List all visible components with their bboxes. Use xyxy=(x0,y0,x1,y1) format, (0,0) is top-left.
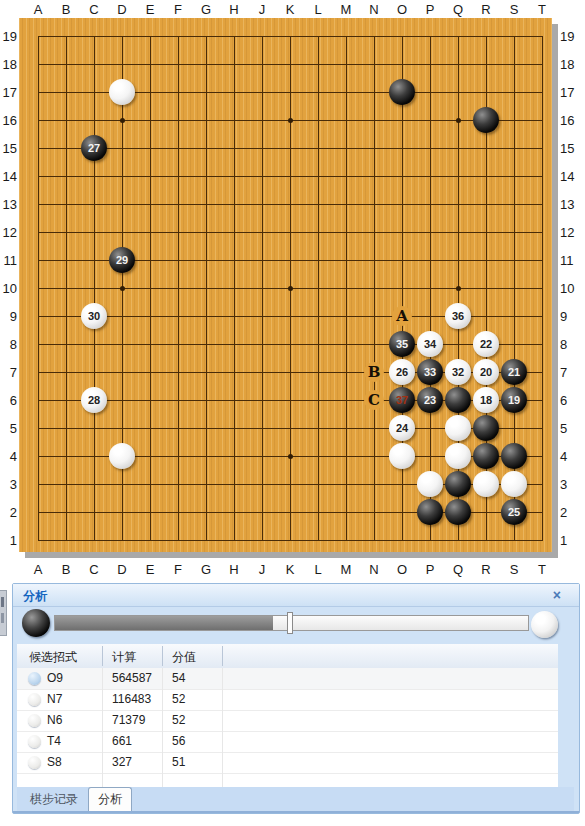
coord-right-2: 2 xyxy=(560,505,582,520)
coord-bottom-K: K xyxy=(279,562,301,577)
go-board[interactable]: 27293036353422263332202128372318192425AB… xyxy=(19,18,552,552)
star-point xyxy=(288,286,293,291)
star-point xyxy=(456,118,461,123)
coord-right-10: 10 xyxy=(560,281,582,296)
column-divider xyxy=(162,668,163,787)
coord-right-13: 13 xyxy=(560,197,582,212)
grid-line-horizontal xyxy=(38,344,543,345)
coord-right-7: 7 xyxy=(560,365,582,380)
white-stone-icon xyxy=(531,611,558,638)
coord-top-H: H xyxy=(223,2,245,17)
column-divider xyxy=(222,668,223,787)
candidate-moves-table: 候选招式 计算 分值 O956458754N711648352N67137952… xyxy=(17,644,558,787)
stone-black-O8[interactable]: 35 xyxy=(389,331,415,357)
coord-left-8: 8 xyxy=(0,337,17,352)
stone-white-O5[interactable]: 24 xyxy=(389,415,415,441)
coord-right-6: 6 xyxy=(560,393,582,408)
coord-bottom-R: R xyxy=(475,562,497,577)
stone-white-S3[interactable] xyxy=(501,471,527,497)
coord-top-S: S xyxy=(503,2,525,17)
stone-white-Q9[interactable]: 36 xyxy=(445,303,471,329)
coord-right-1: 1 xyxy=(560,533,582,548)
stone-black-P7[interactable]: 33 xyxy=(417,359,443,385)
coord-bottom-S: S xyxy=(503,562,525,577)
candidate-stone-icon xyxy=(28,735,41,748)
coord-left-1: 1 xyxy=(0,533,17,548)
coord-left-7: 7 xyxy=(0,365,17,380)
coord-bottom-G: G xyxy=(195,562,217,577)
coord-bottom-L: L xyxy=(307,562,329,577)
stone-white-C9[interactable]: 30 xyxy=(81,303,107,329)
candidate-score: 51 xyxy=(172,755,185,769)
table-row-N6[interactable]: N67137952 xyxy=(17,710,558,732)
coord-top-L: L xyxy=(307,2,329,17)
coord-left-10: 10 xyxy=(0,281,17,296)
coord-left-9: 9 xyxy=(0,309,17,324)
tab-analysis[interactable]: 分析 xyxy=(88,787,132,812)
stone-black-Q2[interactable] xyxy=(445,499,471,525)
candidate-calculation: 564587 xyxy=(112,671,152,685)
table-row-T4[interactable]: T466156 xyxy=(17,731,558,753)
coord-top-C: C xyxy=(83,2,105,17)
coord-left-2: 2 xyxy=(0,505,17,520)
coord-right-18: 18 xyxy=(560,57,582,72)
coord-left-4: 4 xyxy=(0,449,17,464)
coord-right-19: 19 xyxy=(560,29,582,44)
stone-white-Q7[interactable]: 32 xyxy=(445,359,471,385)
analysis-panel: 分析 × 候选招式 计算 分值 O956458754N711648352N671… xyxy=(12,583,580,814)
header-divider xyxy=(162,646,163,666)
coord-left-12: 12 xyxy=(0,225,17,240)
panel-bottom-border xyxy=(13,811,579,813)
winrate-slider-row xyxy=(13,606,579,644)
coord-left-3: 3 xyxy=(0,477,17,492)
coord-top-E: E xyxy=(139,2,161,17)
stone-black-D11[interactable]: 29 xyxy=(109,247,135,273)
star-point xyxy=(288,454,293,459)
coord-right-4: 4 xyxy=(560,449,582,464)
candidate-score: 56 xyxy=(172,734,185,748)
go-analysis-window: 27293036353422263332202128372318192425AB… xyxy=(0,0,585,826)
coord-bottom-D: D xyxy=(111,562,133,577)
coord-left-16: 16 xyxy=(0,113,17,128)
table-row-N7[interactable]: N711648352 xyxy=(17,689,558,711)
window-edge-fragment xyxy=(0,590,7,636)
stone-white-O4[interactable] xyxy=(389,443,415,469)
coord-right-14: 14 xyxy=(560,169,582,184)
panel-title: 分析 xyxy=(23,588,47,605)
stone-black-C15[interactable]: 27 xyxy=(81,135,107,161)
grid-line-vertical xyxy=(542,36,543,541)
candidate-calculation: 71379 xyxy=(112,713,145,727)
candidate-stone-icon xyxy=(28,714,41,727)
grid-line-horizontal xyxy=(38,540,543,541)
winrate-bar-handle[interactable] xyxy=(287,612,293,634)
grid-line-vertical xyxy=(346,36,347,541)
header-divider xyxy=(102,646,103,666)
coord-left-15: 15 xyxy=(0,141,17,156)
candidate-move: T4 xyxy=(47,734,61,748)
candidate-score: 52 xyxy=(172,692,185,706)
stone-black-S4[interactable] xyxy=(501,443,527,469)
candidate-stone-icon xyxy=(28,756,41,769)
candidate-move: N7 xyxy=(47,692,62,706)
stone-black-R4[interactable] xyxy=(473,443,499,469)
coord-right-15: 15 xyxy=(560,141,582,156)
coord-top-J: J xyxy=(251,2,273,17)
candidate-move: O9 xyxy=(47,671,63,685)
stone-black-P6[interactable]: 23 xyxy=(417,387,443,413)
coord-left-5: 5 xyxy=(0,421,17,436)
table-header: 候选招式 计算 分值 xyxy=(17,644,558,669)
coord-top-N: N xyxy=(363,2,385,17)
table-row-O9[interactable]: O956458754 xyxy=(17,668,558,690)
stone-white-R8[interactable]: 22 xyxy=(473,331,499,357)
coord-left-17: 17 xyxy=(0,85,17,100)
coord-bottom-H: H xyxy=(223,562,245,577)
grid-line-vertical xyxy=(430,36,431,541)
header-calculation: 计算 xyxy=(112,649,136,666)
coord-left-6: 6 xyxy=(0,393,17,408)
coord-top-O: O xyxy=(391,2,413,17)
stone-black-S6[interactable]: 19 xyxy=(501,387,527,413)
stone-white-R3[interactable] xyxy=(473,471,499,497)
coord-bottom-O: O xyxy=(391,562,413,577)
coord-left-19: 19 xyxy=(0,29,17,44)
stone-white-R6[interactable]: 18 xyxy=(473,387,499,413)
coord-top-K: K xyxy=(279,2,301,17)
coord-bottom-J: J xyxy=(251,562,273,577)
grid-line-vertical xyxy=(318,36,319,541)
stone-white-P3[interactable] xyxy=(417,471,443,497)
coord-bottom-M: M xyxy=(335,562,357,577)
coord-top-T: T xyxy=(531,2,553,17)
coord-right-11: 11 xyxy=(560,253,582,268)
candidate-calculation: 116483 xyxy=(112,692,151,706)
coord-bottom-Q: Q xyxy=(447,562,469,577)
candidate-label-N7[interactable]: B xyxy=(364,362,384,382)
candidate-label-O9[interactable]: A xyxy=(392,306,412,326)
stone-white-C6[interactable]: 28 xyxy=(81,387,107,413)
star-point xyxy=(120,118,125,123)
coord-right-9: 9 xyxy=(560,309,582,324)
stone-black-O17[interactable] xyxy=(389,79,415,105)
coord-top-D: D xyxy=(111,2,133,17)
candidate-stone-icon xyxy=(28,672,41,685)
coord-bottom-A: A xyxy=(27,562,49,577)
coord-left-18: 18 xyxy=(0,57,17,72)
coord-top-G: G xyxy=(195,2,217,17)
stone-white-Q4[interactable] xyxy=(445,443,471,469)
coord-bottom-B: B xyxy=(55,562,77,577)
coord-bottom-F: F xyxy=(167,562,189,577)
coord-top-B: B xyxy=(55,2,77,17)
analysis-panel-title-bar[interactable]: 分析 × xyxy=(13,584,579,607)
coord-bottom-E: E xyxy=(139,562,161,577)
star-point xyxy=(456,286,461,291)
coord-left-11: 11 xyxy=(0,253,17,268)
candidate-score: 52 xyxy=(172,713,185,727)
stone-white-D17[interactable] xyxy=(109,79,135,105)
coord-top-R: R xyxy=(475,2,497,17)
coord-top-Q: Q xyxy=(447,2,469,17)
coord-top-A: A xyxy=(27,2,49,17)
candidate-calculation: 661 xyxy=(112,734,132,748)
coord-left-14: 14 xyxy=(0,169,17,184)
stone-black-S2[interactable]: 25 xyxy=(501,499,527,525)
coord-right-12: 12 xyxy=(560,225,582,240)
winrate-bar-fill xyxy=(55,616,273,630)
winrate-bar[interactable] xyxy=(54,615,529,631)
table-row-S8[interactable]: S832751 xyxy=(17,752,558,774)
stone-white-O7[interactable]: 26 xyxy=(389,359,415,385)
coord-top-F: F xyxy=(167,2,189,17)
black-stone-icon xyxy=(22,609,50,637)
stone-black-Q3[interactable] xyxy=(445,471,471,497)
stone-black-R5[interactable] xyxy=(473,415,499,441)
candidate-label-N6[interactable]: C xyxy=(364,390,384,410)
stone-white-D4[interactable] xyxy=(109,443,135,469)
panel-tab-bar: 棋步记录 分析 xyxy=(17,787,574,812)
stone-white-R7[interactable]: 20 xyxy=(473,359,499,385)
candidate-score: 54 xyxy=(172,671,185,685)
coord-right-16: 16 xyxy=(560,113,582,128)
stone-white-P8[interactable]: 34 xyxy=(417,331,443,357)
coord-right-17: 17 xyxy=(560,85,582,100)
tab-move-record[interactable]: 棋步记录 xyxy=(30,791,78,808)
stone-black-O6[interactable]: 37 xyxy=(389,387,415,413)
stone-black-Q6[interactable] xyxy=(445,387,471,413)
candidate-stone-icon xyxy=(28,693,41,706)
coord-top-P: P xyxy=(419,2,441,17)
stone-black-R16[interactable] xyxy=(473,107,499,133)
coord-right-5: 5 xyxy=(560,421,582,436)
header-candidate-move: 候选招式 xyxy=(29,649,77,666)
coord-bottom-N: N xyxy=(363,562,385,577)
coord-bottom-C: C xyxy=(83,562,105,577)
candidate-calculation: 327 xyxy=(112,755,132,769)
coord-right-3: 3 xyxy=(560,477,582,492)
star-point xyxy=(120,286,125,291)
coord-bottom-P: P xyxy=(419,562,441,577)
coord-right-8: 8 xyxy=(560,337,582,352)
coord-bottom-T: T xyxy=(531,562,553,577)
coord-top-M: M xyxy=(335,2,357,17)
header-divider xyxy=(222,646,223,666)
star-point xyxy=(288,118,293,123)
candidate-move: N6 xyxy=(47,713,62,727)
grid-line-vertical xyxy=(374,36,375,541)
stone-black-S7[interactable]: 21 xyxy=(501,359,527,385)
coord-left-13: 13 xyxy=(0,197,17,212)
stone-black-P2[interactable] xyxy=(417,499,443,525)
candidate-move: S8 xyxy=(47,755,62,769)
header-score: 分值 xyxy=(172,649,196,666)
column-divider xyxy=(102,668,103,787)
stone-white-Q5[interactable] xyxy=(445,415,471,441)
close-icon[interactable]: × xyxy=(553,587,561,603)
